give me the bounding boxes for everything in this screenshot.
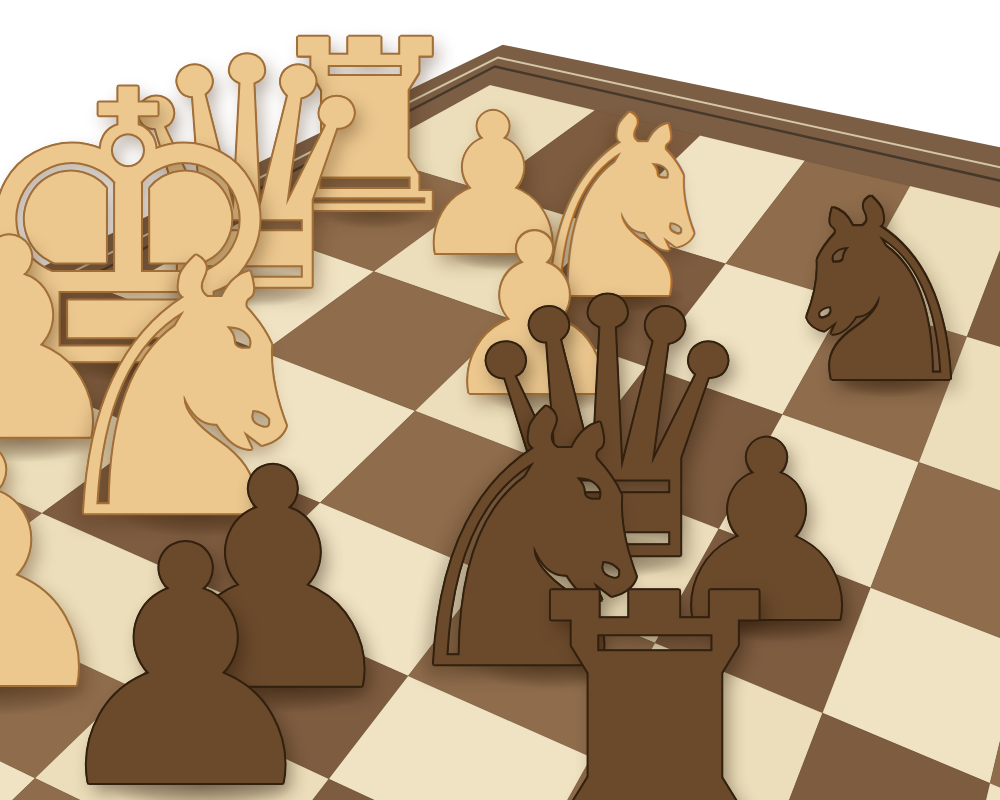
piece-black-rook-e3[interactable]: ♜ — [490, 548, 821, 800]
piece-black-knight-e7[interactable]: ♞ — [767, 168, 991, 418]
piece-black-pawn-c2[interactable]: ♟ — [38, 504, 334, 800]
rook-icon: ♜ — [490, 548, 821, 800]
pawn-icon: ♟ — [38, 504, 334, 800]
chessboard-photo: ♜♟♛♞♚♞♟♟♞♛♟♞♟♟♟♜ — [0, 0, 1000, 800]
knight-icon: ♞ — [767, 168, 991, 418]
